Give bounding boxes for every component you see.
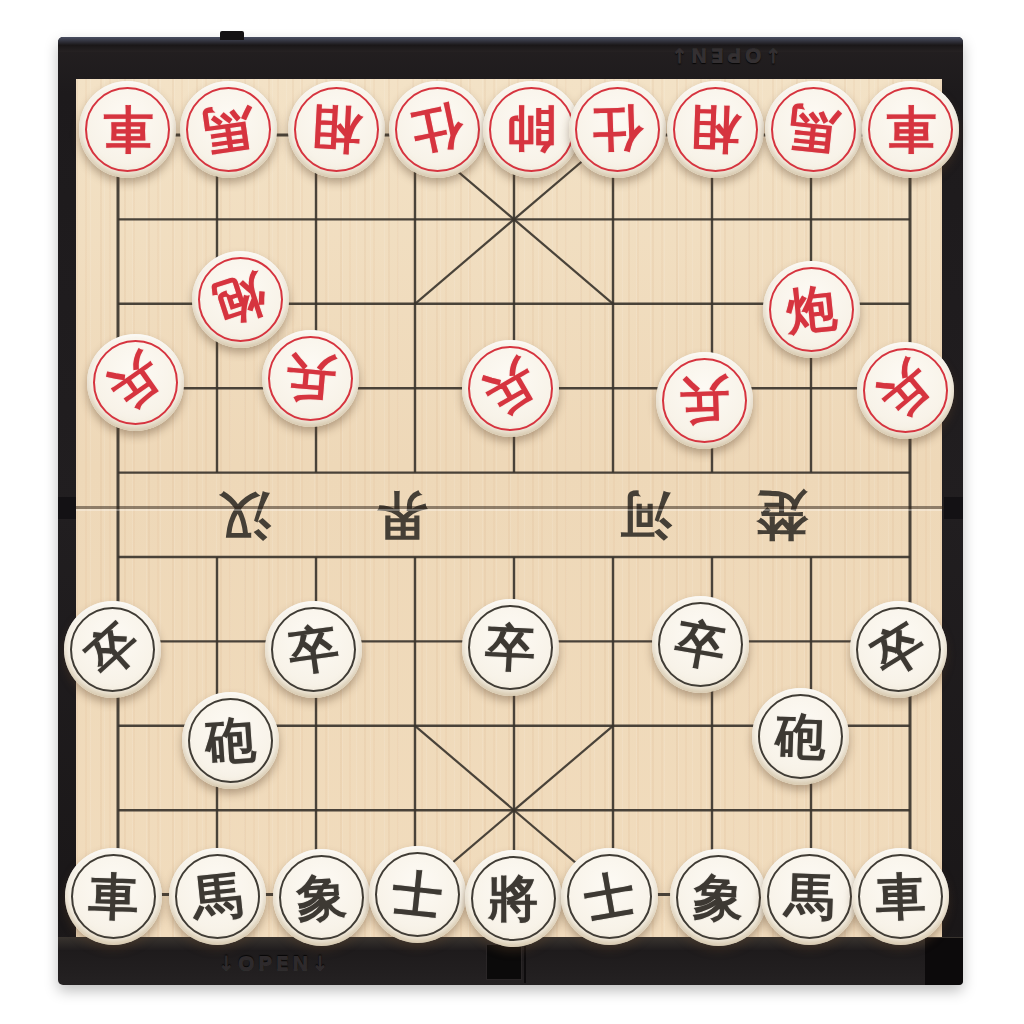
piece-black-chariot[interactable]: 車: [65, 848, 162, 945]
piece-glyph: 士: [553, 841, 665, 953]
piece-red-advisor[interactable]: 仕: [389, 81, 486, 178]
piece-red-soldier[interactable]: 兵: [87, 334, 184, 431]
piece-black-horse[interactable]: 馬: [761, 848, 858, 945]
piece-glyph: 車: [862, 81, 959, 178]
piece-glyph: 車: [63, 847, 163, 947]
piece-red-chariot[interactable]: 車: [79, 81, 176, 178]
piece-black-elephant[interactable]: 象: [273, 849, 370, 946]
fold-seam-highlight: [76, 509, 942, 511]
piece-black-advisor[interactable]: 士: [561, 848, 658, 945]
piece-glyph: 砲: [178, 688, 282, 792]
open-label-top: ↓OPEN↓: [668, 44, 782, 68]
piece-glyph: 帥: [483, 81, 580, 178]
piece-glyph: 相: [665, 79, 765, 179]
piece-black-advisor[interactable]: 士: [369, 846, 466, 943]
piece-black-elephant[interactable]: 象: [670, 849, 767, 946]
river-char-jie: 界: [367, 481, 437, 551]
piece-glyph: 炮: [758, 257, 865, 364]
hinge-right: [944, 497, 963, 519]
frame-top-tab: [220, 31, 244, 40]
piece-black-soldier[interactable]: 卒: [64, 601, 161, 698]
frame-corner-block: [925, 938, 963, 985]
piece-glyph: 將: [465, 850, 562, 947]
piece-black-cannon[interactable]: 砲: [182, 692, 279, 789]
piece-red-soldier[interactable]: 兵: [857, 342, 954, 439]
piece-red-horse[interactable]: 馬: [180, 81, 277, 178]
piece-black-general[interactable]: 將: [465, 850, 562, 947]
piece-glyph: 卒: [644, 588, 756, 700]
piece-black-cannon[interactable]: 砲: [752, 688, 849, 785]
river-char-he: 河: [611, 481, 681, 551]
frame-latch-notch[interactable]: [486, 944, 522, 980]
open-label-bottom: ↓OPEN↓: [218, 951, 332, 975]
piece-glyph: 士: [364, 842, 471, 949]
piece-glyph: 兵: [654, 350, 754, 450]
piece-glyph: 象: [269, 846, 373, 950]
piece-red-elephant[interactable]: 相: [288, 81, 385, 178]
piece-red-general[interactable]: 帥: [483, 81, 580, 178]
piece-red-cannon[interactable]: 炮: [763, 261, 860, 358]
river-char-han: 汉: [210, 481, 280, 551]
piece-black-soldier[interactable]: 卒: [850, 601, 947, 698]
piece-glyph: 相: [285, 78, 387, 180]
photo-canvas: 汉 界 河 楚 ↓OPEN↓ ↓OPEN↓ 車馬相仕帥仕相馬車炮炮兵兵兵兵兵卒卒…: [0, 0, 1024, 1024]
piece-red-advisor[interactable]: 仕: [569, 81, 666, 178]
piece-red-horse[interactable]: 馬: [765, 81, 862, 178]
piece-red-soldier[interactable]: 兵: [462, 340, 559, 437]
piece-black-soldier[interactable]: 卒: [462, 599, 559, 696]
piece-glyph: 馬: [173, 74, 283, 184]
piece-glyph: 砲: [750, 686, 850, 786]
piece-red-soldier[interactable]: 兵: [656, 352, 753, 449]
piece-glyph: 象: [667, 847, 769, 949]
piece-glyph: 仕: [567, 79, 667, 179]
piece-glyph: 仕: [379, 71, 494, 186]
frame-top-edge: [58, 37, 963, 52]
river-char-chu: 楚: [747, 481, 817, 551]
piece-glyph: 馬: [759, 847, 859, 947]
piece-glyph: 車: [850, 847, 950, 947]
piece-glyph: 兵: [257, 326, 362, 431]
piece-glyph: 車: [79, 81, 176, 178]
piece-black-chariot[interactable]: 車: [852, 848, 949, 945]
hinge-left: [58, 497, 76, 519]
piece-glyph: 馬: [164, 844, 271, 951]
piece-glyph: 卒: [459, 597, 561, 699]
piece-black-soldier[interactable]: 卒: [652, 596, 749, 693]
piece-red-elephant[interactable]: 相: [667, 81, 764, 178]
piece-black-horse[interactable]: 馬: [169, 848, 266, 945]
piece-red-soldier[interactable]: 兵: [262, 330, 359, 427]
piece-red-chariot[interactable]: 車: [862, 81, 959, 178]
piece-glyph: 馬: [760, 76, 867, 183]
piece-black-soldier[interactable]: 卒: [265, 601, 362, 698]
